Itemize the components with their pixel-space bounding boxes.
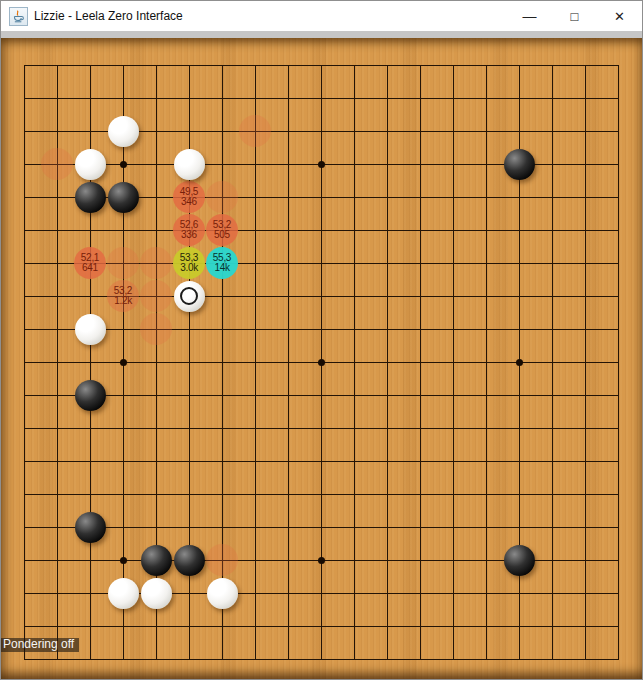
board-intersection[interactable] <box>404 49 437 82</box>
board-intersection[interactable] <box>602 445 635 478</box>
board-intersection[interactable] <box>272 115 305 148</box>
board-intersection[interactable] <box>569 379 602 412</box>
board-intersection[interactable] <box>74 544 107 577</box>
board-intersection[interactable] <box>338 148 371 181</box>
board-intersection[interactable] <box>536 478 569 511</box>
board-intersection[interactable] <box>74 511 107 544</box>
board-intersection[interactable] <box>206 313 239 346</box>
board-intersection[interactable] <box>404 643 437 676</box>
board-intersection[interactable] <box>41 148 74 181</box>
board-intersection[interactable] <box>74 214 107 247</box>
board-intersection[interactable] <box>41 346 74 379</box>
board-intersection[interactable] <box>602 544 635 577</box>
board-intersection[interactable] <box>371 511 404 544</box>
board-intersection[interactable] <box>8 379 41 412</box>
board-intersection[interactable] <box>470 544 503 577</box>
board-intersection[interactable] <box>272 379 305 412</box>
board-intersection[interactable] <box>569 478 602 511</box>
board-intersection[interactable] <box>437 577 470 610</box>
board-intersection[interactable] <box>173 445 206 478</box>
board-intersection[interactable] <box>107 511 140 544</box>
board-intersection[interactable] <box>173 511 206 544</box>
minimize-button[interactable]: — <box>507 1 552 31</box>
board-intersection[interactable] <box>536 115 569 148</box>
board-intersection[interactable] <box>371 82 404 115</box>
board-intersection[interactable] <box>569 610 602 643</box>
board-intersection[interactable] <box>206 379 239 412</box>
board-intersection[interactable] <box>272 478 305 511</box>
board-intersection[interactable] <box>602 577 635 610</box>
board-intersection[interactable] <box>536 247 569 280</box>
board-intersection[interactable] <box>536 412 569 445</box>
candidate-move-G13[interactable]: 55,314k <box>206 247 238 279</box>
board-intersection[interactable] <box>140 577 173 610</box>
board-intersection[interactable] <box>107 379 140 412</box>
board-intersection[interactable] <box>503 379 536 412</box>
board-intersection[interactable] <box>503 346 536 379</box>
board-intersection[interactable] <box>305 610 338 643</box>
board-intersection[interactable] <box>239 247 272 280</box>
close-button[interactable]: ✕ <box>597 1 642 31</box>
board-intersection[interactable] <box>338 445 371 478</box>
board-intersection[interactable] <box>8 313 41 346</box>
board-intersection[interactable] <box>569 247 602 280</box>
board-intersection[interactable] <box>305 478 338 511</box>
board-intersection[interactable] <box>41 478 74 511</box>
board-intersection[interactable] <box>371 49 404 82</box>
board-intersection[interactable] <box>536 214 569 247</box>
board-intersection[interactable] <box>503 247 536 280</box>
board-intersection[interactable] <box>239 643 272 676</box>
board-intersection[interactable] <box>602 115 635 148</box>
board-intersection[interactable] <box>437 148 470 181</box>
board-intersection[interactable] <box>41 412 74 445</box>
board-intersection[interactable] <box>107 148 140 181</box>
board-intersection[interactable] <box>74 346 107 379</box>
board-intersection[interactable] <box>8 247 41 280</box>
board-intersection[interactable] <box>173 82 206 115</box>
board-intersection[interactable] <box>41 313 74 346</box>
board-intersection[interactable] <box>140 82 173 115</box>
board-intersection[interactable] <box>371 478 404 511</box>
maximize-button[interactable]: □ <box>552 1 597 31</box>
board-intersection[interactable] <box>272 181 305 214</box>
board-intersection[interactable]: 52,6336 <box>173 214 206 247</box>
board-intersection[interactable] <box>569 181 602 214</box>
board-intersection[interactable] <box>371 280 404 313</box>
board-intersection[interactable] <box>239 313 272 346</box>
board-intersection[interactable] <box>569 643 602 676</box>
board-intersection[interactable] <box>338 610 371 643</box>
board-intersection[interactable] <box>272 643 305 676</box>
ghost-candidate-move[interactable] <box>140 313 172 345</box>
board-intersection[interactable] <box>404 346 437 379</box>
board-intersection[interactable] <box>272 511 305 544</box>
board-intersection[interactable] <box>371 610 404 643</box>
board-intersection[interactable] <box>371 247 404 280</box>
board-intersection[interactable] <box>503 412 536 445</box>
board-intersection[interactable] <box>305 313 338 346</box>
ghost-candidate-move[interactable] <box>140 247 172 279</box>
board-intersection[interactable] <box>41 181 74 214</box>
board-intersection[interactable] <box>8 577 41 610</box>
board-intersection[interactable] <box>503 544 536 577</box>
board-intersection[interactable] <box>503 313 536 346</box>
board-intersection[interactable] <box>173 643 206 676</box>
board-intersection[interactable] <box>272 148 305 181</box>
board-intersection[interactable]: 53,2505 <box>206 214 239 247</box>
board-intersection[interactable] <box>239 346 272 379</box>
board-intersection[interactable] <box>8 115 41 148</box>
board-intersection[interactable]: 55,314k <box>206 247 239 280</box>
candidate-move-F14[interactable]: 52,6336 <box>173 214 205 246</box>
board-intersection[interactable] <box>437 412 470 445</box>
board-intersection[interactable] <box>470 445 503 478</box>
board-intersection[interactable] <box>602 247 635 280</box>
board-intersection[interactable] <box>107 247 140 280</box>
board-intersection[interactable] <box>404 412 437 445</box>
board-intersection[interactable] <box>536 544 569 577</box>
board-intersection[interactable] <box>107 49 140 82</box>
board-intersection[interactable] <box>305 181 338 214</box>
board-intersection[interactable] <box>173 412 206 445</box>
board-intersection[interactable] <box>173 115 206 148</box>
board-intersection[interactable] <box>437 346 470 379</box>
board-intersection[interactable] <box>437 445 470 478</box>
board-intersection[interactable] <box>206 115 239 148</box>
board-intersection[interactable] <box>41 247 74 280</box>
board-intersection[interactable] <box>404 544 437 577</box>
board-intersection[interactable] <box>503 148 536 181</box>
board-intersection[interactable] <box>173 280 206 313</box>
board-intersection[interactable] <box>371 115 404 148</box>
board-intersection[interactable] <box>41 544 74 577</box>
board-intersection[interactable] <box>107 346 140 379</box>
ghost-candidate-move[interactable] <box>41 148 73 180</box>
board-intersection[interactable] <box>239 148 272 181</box>
board-intersection[interactable] <box>41 577 74 610</box>
board-intersection[interactable] <box>536 643 569 676</box>
board-intersection[interactable] <box>173 577 206 610</box>
board-intersection[interactable] <box>173 544 206 577</box>
board-intersection[interactable] <box>173 148 206 181</box>
board-intersection[interactable] <box>239 82 272 115</box>
board-intersection[interactable] <box>569 577 602 610</box>
board-intersection[interactable] <box>371 379 404 412</box>
board-intersection[interactable] <box>437 379 470 412</box>
board-intersection[interactable] <box>107 643 140 676</box>
board-intersection[interactable] <box>503 610 536 643</box>
candidate-move-G14[interactable]: 53,2505 <box>206 214 238 246</box>
board-intersection[interactable] <box>239 379 272 412</box>
board-intersection[interactable] <box>503 49 536 82</box>
board-intersection[interactable] <box>8 445 41 478</box>
board-intersection[interactable] <box>404 280 437 313</box>
board-intersection[interactable] <box>602 412 635 445</box>
board-intersection[interactable] <box>239 511 272 544</box>
board-intersection[interactable] <box>338 82 371 115</box>
board-intersection[interactable] <box>74 478 107 511</box>
board-intersection[interactable] <box>41 214 74 247</box>
board-intersection[interactable] <box>338 115 371 148</box>
board-intersection[interactable] <box>272 346 305 379</box>
board-intersection[interactable] <box>470 478 503 511</box>
board-intersection[interactable] <box>140 643 173 676</box>
board-intersection[interactable] <box>536 280 569 313</box>
board-intersection[interactable] <box>8 544 41 577</box>
candidate-move-F13[interactable]: 53,33.0k <box>173 247 205 279</box>
board-intersection[interactable] <box>602 49 635 82</box>
board-intersection[interactable] <box>470 577 503 610</box>
board-intersection[interactable] <box>140 445 173 478</box>
board-intersection[interactable] <box>107 82 140 115</box>
board-intersection[interactable] <box>404 181 437 214</box>
board-intersection[interactable] <box>404 610 437 643</box>
board-intersection[interactable] <box>140 148 173 181</box>
ghost-candidate-move[interactable] <box>206 544 238 576</box>
board-intersection[interactable] <box>338 247 371 280</box>
board-intersection[interactable] <box>74 148 107 181</box>
board-intersection[interactable] <box>470 148 503 181</box>
board-intersection[interactable] <box>437 478 470 511</box>
board-intersection[interactable] <box>206 577 239 610</box>
candidate-move-C13[interactable]: 52,1641 <box>74 247 106 279</box>
board-intersection[interactable] <box>338 214 371 247</box>
board-intersection[interactable] <box>371 643 404 676</box>
board-intersection[interactable] <box>272 412 305 445</box>
board-intersection[interactable] <box>239 280 272 313</box>
board-intersection[interactable] <box>272 49 305 82</box>
board-intersection[interactable] <box>140 247 173 280</box>
board-intersection[interactable] <box>602 346 635 379</box>
board-intersection[interactable] <box>107 610 140 643</box>
board-intersection[interactable] <box>437 280 470 313</box>
board-intersection[interactable] <box>404 379 437 412</box>
board-intersection[interactable] <box>470 82 503 115</box>
board-intersection[interactable] <box>272 610 305 643</box>
board-intersection[interactable] <box>8 148 41 181</box>
board-intersection[interactable] <box>8 214 41 247</box>
board-intersection[interactable] <box>437 214 470 247</box>
board-intersection[interactable] <box>470 412 503 445</box>
board-intersection[interactable] <box>437 610 470 643</box>
board-intersection[interactable] <box>437 511 470 544</box>
board-intersection[interactable] <box>272 544 305 577</box>
board-intersection[interactable] <box>206 82 239 115</box>
ghost-candidate-move[interactable] <box>140 280 172 312</box>
board-intersection[interactable] <box>404 478 437 511</box>
board-intersection[interactable] <box>503 577 536 610</box>
board-intersection[interactable] <box>8 511 41 544</box>
board-intersection[interactable] <box>602 511 635 544</box>
board-intersection[interactable] <box>107 478 140 511</box>
board-intersection[interactable] <box>206 511 239 544</box>
board-intersection[interactable] <box>305 346 338 379</box>
board-intersection[interactable] <box>206 280 239 313</box>
board-intersection[interactable] <box>239 577 272 610</box>
board-intersection[interactable] <box>371 445 404 478</box>
board-intersection[interactable] <box>173 346 206 379</box>
board-intersection[interactable] <box>8 346 41 379</box>
board-intersection[interactable] <box>305 412 338 445</box>
board-intersection[interactable] <box>239 544 272 577</box>
board-intersection[interactable] <box>8 82 41 115</box>
board-intersection[interactable] <box>437 181 470 214</box>
board-intersection[interactable] <box>503 643 536 676</box>
board-intersection[interactable] <box>8 49 41 82</box>
board-intersection[interactable] <box>107 115 140 148</box>
board-intersection[interactable] <box>338 643 371 676</box>
board-intersection[interactable] <box>338 313 371 346</box>
board-intersection[interactable] <box>503 478 536 511</box>
board-intersection[interactable] <box>602 82 635 115</box>
board-intersection[interactable] <box>536 577 569 610</box>
board-intersection[interactable] <box>272 445 305 478</box>
board-intersection[interactable] <box>437 115 470 148</box>
board-intersection[interactable] <box>503 214 536 247</box>
ghost-candidate-move[interactable] <box>107 247 139 279</box>
board-intersection[interactable] <box>338 181 371 214</box>
board-intersection[interactable] <box>107 577 140 610</box>
board-intersection[interactable] <box>470 214 503 247</box>
board-intersection[interactable] <box>140 544 173 577</box>
board-intersection[interactable] <box>470 610 503 643</box>
board-intersection[interactable] <box>140 511 173 544</box>
board-intersection[interactable] <box>239 445 272 478</box>
board-intersection[interactable] <box>8 412 41 445</box>
ghost-candidate-move[interactable] <box>239 115 271 147</box>
board-intersection[interactable] <box>536 313 569 346</box>
board-intersection[interactable] <box>470 379 503 412</box>
board-intersection[interactable] <box>74 181 107 214</box>
board-intersection[interactable] <box>503 181 536 214</box>
board-intersection[interactable] <box>503 511 536 544</box>
board-intersection[interactable] <box>338 412 371 445</box>
board-intersection[interactable] <box>470 643 503 676</box>
board-intersection[interactable] <box>305 445 338 478</box>
board-intersection[interactable] <box>536 181 569 214</box>
board-intersection[interactable] <box>470 313 503 346</box>
board-intersection[interactable] <box>305 115 338 148</box>
board-intersection[interactable] <box>206 610 239 643</box>
board-intersection[interactable] <box>305 49 338 82</box>
board-intersection[interactable] <box>602 148 635 181</box>
board-intersection[interactable] <box>305 577 338 610</box>
board-intersection[interactable] <box>569 214 602 247</box>
board-intersection[interactable] <box>107 313 140 346</box>
board-intersection[interactable] <box>173 49 206 82</box>
board-intersection[interactable] <box>140 313 173 346</box>
board-intersection[interactable] <box>569 346 602 379</box>
board-intersection[interactable] <box>41 49 74 82</box>
board-intersection[interactable] <box>206 181 239 214</box>
board-intersection[interactable] <box>371 412 404 445</box>
board-intersection[interactable] <box>404 247 437 280</box>
candidate-move-F15[interactable]: 49,5346 <box>173 181 205 213</box>
board-intersection[interactable] <box>140 412 173 445</box>
board-intersection[interactable] <box>503 82 536 115</box>
board-intersection[interactable] <box>569 544 602 577</box>
board-intersection[interactable] <box>74 280 107 313</box>
board-intersection[interactable] <box>536 148 569 181</box>
board-intersection[interactable] <box>74 379 107 412</box>
board-intersection[interactable] <box>173 610 206 643</box>
board-intersection[interactable] <box>470 280 503 313</box>
board-intersection[interactable] <box>536 379 569 412</box>
board-intersection[interactable] <box>239 49 272 82</box>
board-intersection[interactable] <box>404 115 437 148</box>
board-intersection[interactable] <box>338 379 371 412</box>
board-intersection[interactable] <box>107 214 140 247</box>
board-intersection[interactable] <box>239 115 272 148</box>
board-intersection[interactable] <box>371 577 404 610</box>
board-intersection[interactable] <box>371 148 404 181</box>
board-intersection[interactable] <box>305 544 338 577</box>
board-intersection[interactable] <box>272 247 305 280</box>
board-intersection[interactable] <box>371 214 404 247</box>
board-intersection[interactable] <box>41 280 74 313</box>
board-intersection[interactable] <box>74 82 107 115</box>
candidate-move-D12[interactable]: 53,21.2k <box>107 280 139 312</box>
board-intersection[interactable] <box>437 247 470 280</box>
board-intersection[interactable]: 49,5346 <box>173 181 206 214</box>
board-intersection[interactable] <box>8 181 41 214</box>
board-intersection[interactable] <box>140 181 173 214</box>
board-intersection[interactable] <box>239 412 272 445</box>
board-intersection[interactable]: 53,33.0k <box>173 247 206 280</box>
board-intersection[interactable] <box>569 82 602 115</box>
board-intersection[interactable] <box>206 49 239 82</box>
go-board[interactable]: 49,534652,633653,250552,164153,33.0k55,3… <box>1 38 643 680</box>
board-intersection[interactable] <box>536 610 569 643</box>
board-intersection[interactable] <box>305 214 338 247</box>
board-intersection[interactable] <box>602 610 635 643</box>
board-intersection[interactable] <box>239 478 272 511</box>
board-intersection[interactable] <box>173 478 206 511</box>
board-intersection[interactable] <box>404 82 437 115</box>
board-intersection[interactable] <box>206 643 239 676</box>
board-intersection[interactable] <box>602 181 635 214</box>
board-intersection[interactable] <box>140 214 173 247</box>
board-intersection[interactable] <box>272 280 305 313</box>
board-intersection[interactable] <box>140 478 173 511</box>
board-intersection[interactable] <box>107 181 140 214</box>
board-intersection[interactable] <box>404 577 437 610</box>
board-intersection[interactable] <box>338 49 371 82</box>
board-intersection[interactable] <box>470 181 503 214</box>
board-intersection[interactable] <box>404 511 437 544</box>
board-intersection[interactable] <box>371 346 404 379</box>
board-intersection[interactable] <box>206 544 239 577</box>
board-intersection[interactable] <box>437 544 470 577</box>
board-intersection[interactable] <box>305 511 338 544</box>
board-intersection[interactable] <box>239 214 272 247</box>
board-intersection[interactable] <box>602 214 635 247</box>
board-intersection[interactable] <box>74 445 107 478</box>
board-intersection[interactable] <box>602 643 635 676</box>
board-intersection[interactable] <box>470 49 503 82</box>
board-intersection[interactable] <box>140 49 173 82</box>
board-intersection[interactable] <box>470 247 503 280</box>
board-intersection[interactable] <box>404 214 437 247</box>
board-intersection[interactable] <box>503 280 536 313</box>
board-intersection[interactable] <box>74 412 107 445</box>
board-intersection[interactable] <box>272 214 305 247</box>
board-intersection[interactable] <box>206 478 239 511</box>
board-intersection[interactable] <box>140 379 173 412</box>
board-intersection[interactable] <box>602 313 635 346</box>
board-intersection[interactable] <box>206 346 239 379</box>
